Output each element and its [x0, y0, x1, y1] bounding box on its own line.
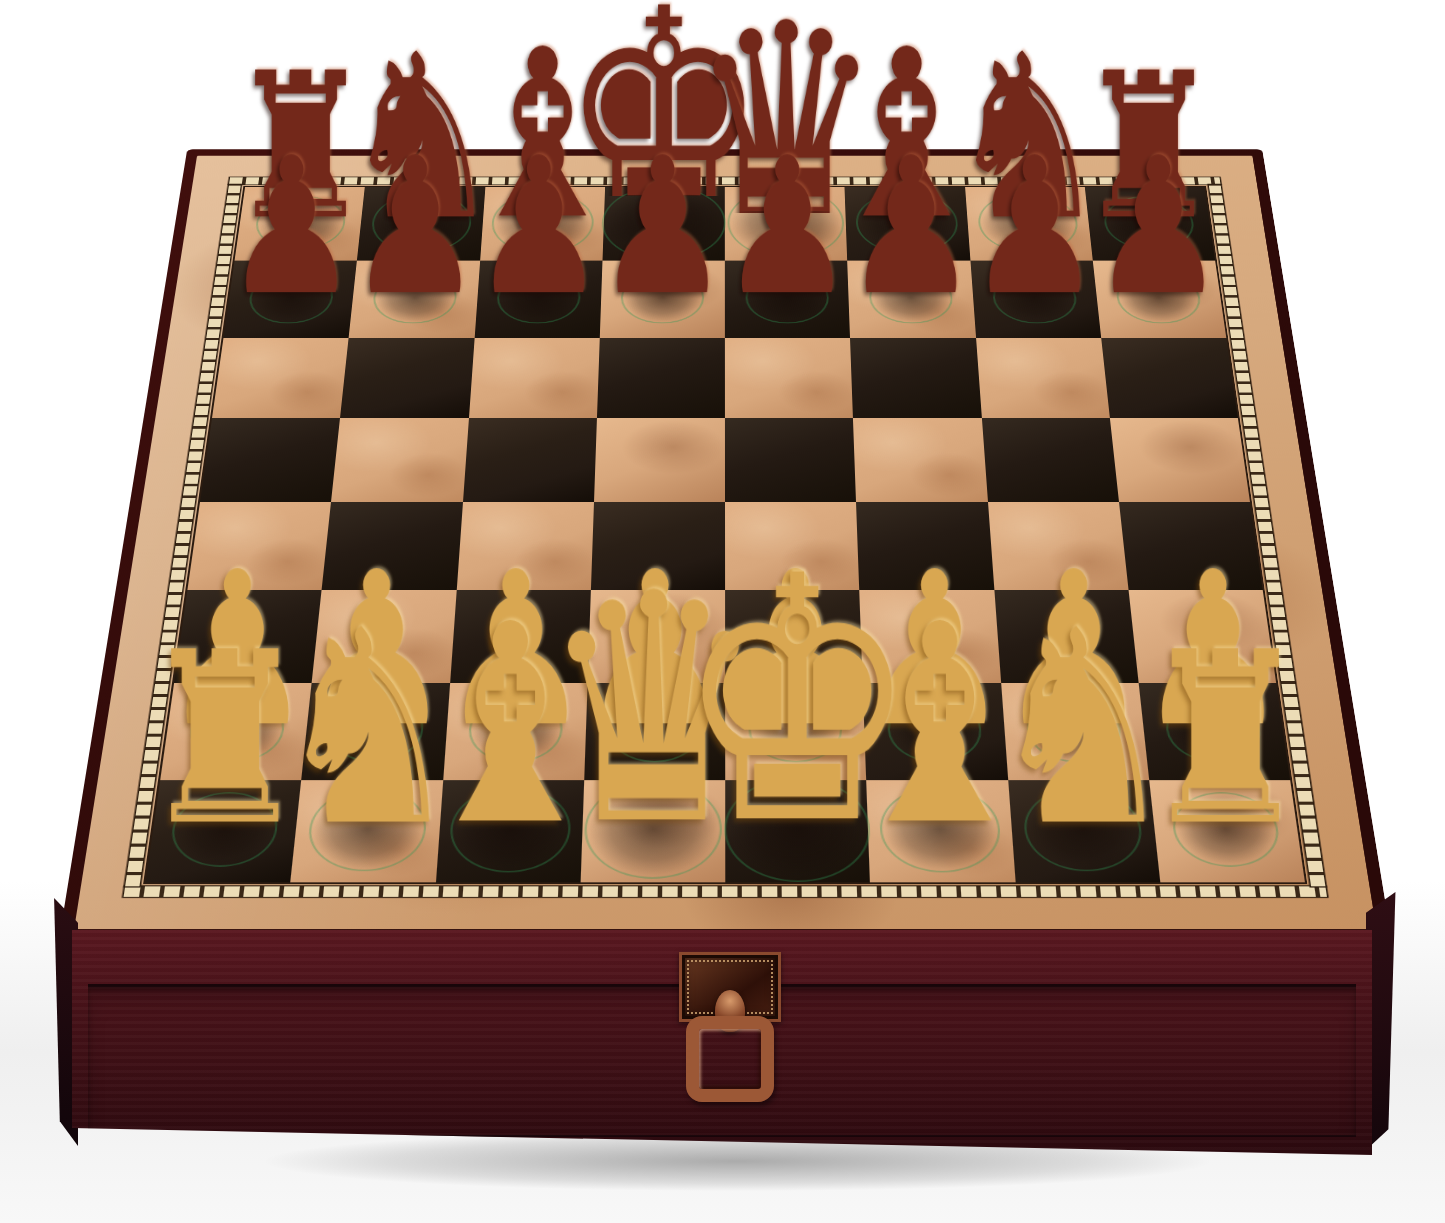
- handle-ring: [686, 1016, 774, 1102]
- red-pawn-glyph: ♟: [223, 132, 358, 321]
- drawer-handle[interactable]: [679, 952, 781, 1104]
- product-photo: ♜♜♞♞♝♝♚♚♛♛♝♝♞♞♜♜♟♟♟♟♟♟♟♟♟♟♟♟♟♟♟♟♟♟♟♟♟♟♟♟…: [0, 0, 1445, 1223]
- board-top: ♜♜♞♞♝♝♚♚♛♛♝♝♞♞♜♜♟♟♟♟♟♟♟♟♟♟♟♟♟♟♟♟♟♟♟♟♟♟♟♟…: [59, 149, 1391, 939]
- red-pawn-glyph: ♟: [843, 132, 978, 321]
- red-pawn-glyph: ♟: [595, 132, 730, 321]
- red-pawn-glyph: ♟: [967, 132, 1102, 321]
- red-pawn-glyph: ♟: [1091, 132, 1226, 321]
- natural-rook-glyph: ♜: [1141, 621, 1311, 859]
- red-pawn-glyph: ♟: [347, 132, 482, 321]
- red-pawn-glyph: ♟: [719, 132, 854, 321]
- pieces-layer: ♜♜♞♞♝♝♚♚♛♛♝♝♞♞♜♜♟♟♟♟♟♟♟♟♟♟♟♟♟♟♟♟♟♟♟♟♟♟♟♟…: [146, 187, 1305, 882]
- red-pawn-glyph: ♟: [471, 132, 606, 321]
